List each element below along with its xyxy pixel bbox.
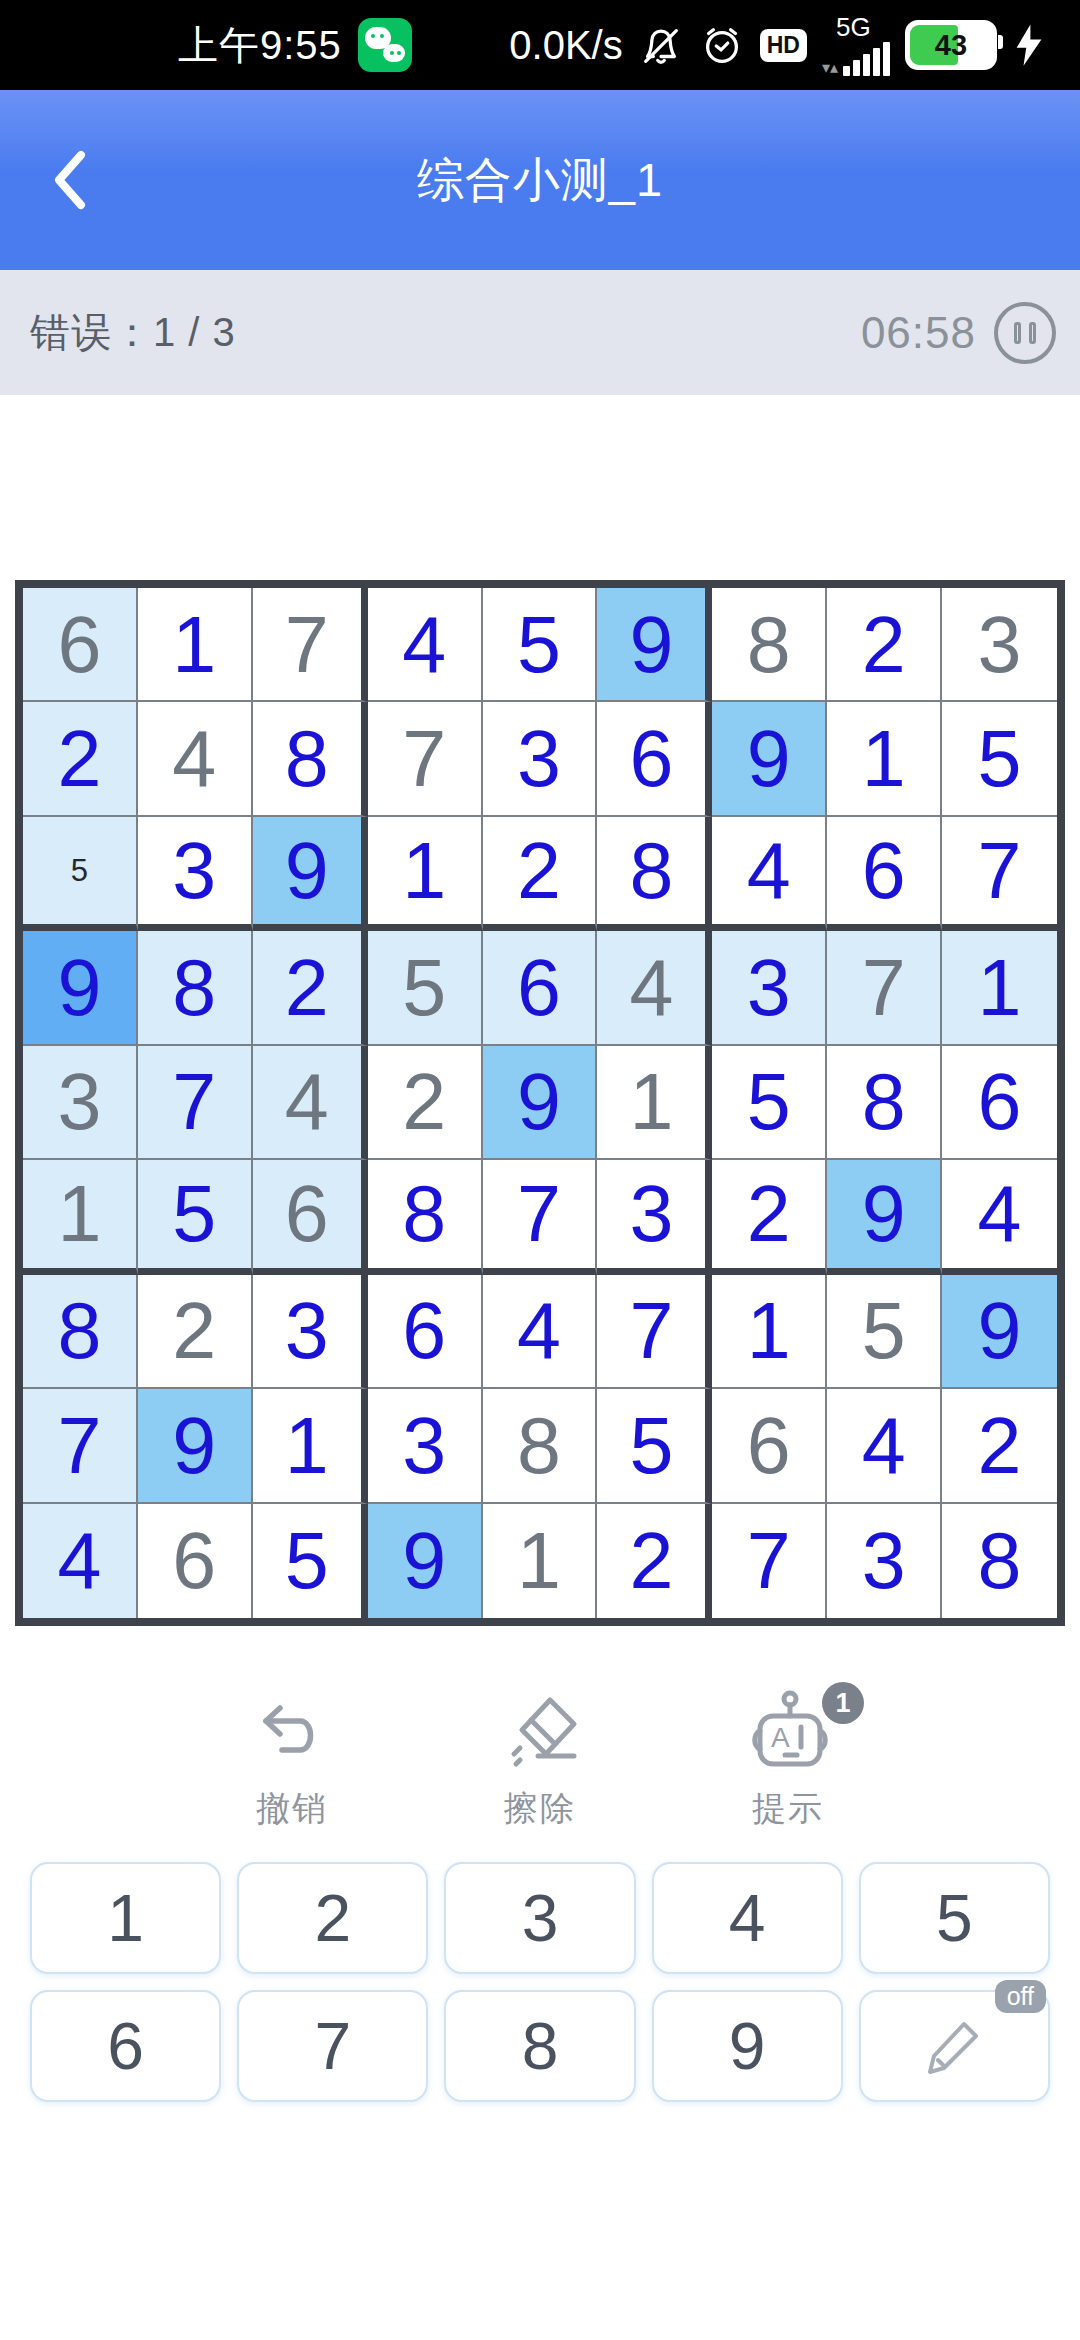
alarm-clock-icon (699, 22, 745, 68)
ai-text: A (771, 1722, 790, 1753)
pencil-off-badge: off (995, 1980, 1046, 2013)
sudoku-cell[interactable]: 8 (597, 817, 712, 931)
sudoku-cell[interactable]: 8 (253, 702, 368, 816)
sudoku-cell[interactable]: 6 (597, 702, 712, 816)
numpad-key-1[interactable]: 1 (30, 1862, 221, 1974)
sudoku-cell[interactable]: 5 (712, 1046, 827, 1160)
sudoku-cell[interactable]: 7 (253, 588, 368, 702)
erase-label: 擦除 (504, 1786, 576, 1832)
sudoku-cell[interactable]: 6 (712, 1389, 827, 1503)
sudoku-cell[interactable]: 9 (827, 1160, 942, 1274)
sudoku-cell[interactable]: 7 (483, 1160, 598, 1274)
sudoku-cell[interactable]: 7 (942, 817, 1057, 931)
sudoku-cell[interactable]: 8 (712, 588, 827, 702)
toolbar: 撤销 擦除 1 (0, 1690, 1080, 1832)
eraser-icon (500, 1690, 580, 1774)
sudoku-cell[interactable]: 8 (138, 931, 253, 1045)
hint-label: 提示 (752, 1786, 824, 1832)
sudoku-cell[interactable]: 1 (138, 588, 253, 702)
bell-muted-icon (638, 22, 684, 68)
sudoku-cell[interactable]: 7 (827, 931, 942, 1045)
sudoku-cell[interactable]: 6 (827, 817, 942, 931)
sudoku-cell[interactable]: 2 (23, 702, 138, 816)
sudoku-cell[interactable]: 2 (253, 931, 368, 1045)
sudoku-cell[interactable]: 2 (368, 1046, 483, 1160)
sudoku-cell[interactable]: 2 (942, 1389, 1057, 1503)
sudoku-cell[interactable]: 3 (597, 1160, 712, 1274)
sudoku-cell[interactable]: 4 (712, 817, 827, 931)
timer: 06:58 (861, 308, 976, 358)
ai-robot-icon: A (745, 1690, 831, 1774)
hint-count-badge: 1 (822, 1682, 864, 1724)
sudoku-cell[interactable]: 2 (827, 588, 942, 702)
sudoku-cell[interactable]: 6 (23, 588, 138, 702)
sudoku-cell[interactable]: 3 (138, 817, 253, 931)
sudoku-cell[interactable]: 4 (23, 1504, 138, 1618)
numpad-key-5[interactable]: 5 (859, 1862, 1050, 1974)
sudoku-cell[interactable]: 3 (712, 931, 827, 1045)
battery-indicator: 43 (905, 20, 997, 70)
sudoku-cell[interactable]: 2 (712, 1160, 827, 1274)
header: 综合小测_1 (0, 90, 1080, 270)
sudoku-cell[interactable]: 6 (253, 1160, 368, 1274)
sudoku-cell[interactable]: 5 (483, 588, 598, 702)
undo-icon (254, 1690, 330, 1774)
sudoku-cell[interactable]: 9 (138, 1389, 253, 1503)
sudoku-cell[interactable]: 1 (827, 702, 942, 816)
sudoku-cell[interactable]: 4 (253, 1046, 368, 1160)
number-pad: 1 2 3 4 5 6 7 8 9 off (0, 1862, 1080, 2102)
signal-5g-icon: 5G ▾▴ (822, 14, 890, 76)
sudoku-cell[interactable]: 6 (138, 1504, 253, 1618)
sudoku-cell[interactable]: 1 (942, 931, 1057, 1045)
numpad-key-3[interactable]: 3 (444, 1862, 635, 1974)
network-speed: 0.0K/s (509, 23, 622, 68)
sudoku-cell[interactable]: 8 (942, 1504, 1057, 1618)
sudoku-cell[interactable]: 1 (483, 1504, 598, 1618)
sudoku-cell[interactable]: 1 (712, 1275, 827, 1389)
sudoku-cell[interactable]: 8 (827, 1046, 942, 1160)
charging-bolt-icon (1012, 23, 1046, 67)
page-title: 综合小测_1 (417, 149, 663, 212)
sudoku-cell[interactable]: 5 (942, 702, 1057, 816)
numpad-key-7[interactable]: 7 (237, 1990, 428, 2102)
sudoku-cell[interactable]: 8 (23, 1275, 138, 1389)
sudoku-cell[interactable]: 5 (827, 1275, 942, 1389)
pencil-mode-button[interactable]: off (859, 1990, 1050, 2102)
sudoku-cell[interactable]: 1 (597, 1046, 712, 1160)
numpad-key-2[interactable]: 2 (237, 1862, 428, 1974)
hd-badge: HD (760, 29, 807, 62)
sudoku-cell[interactable]: 3 (942, 588, 1057, 702)
sudoku-cell[interactable]: 4 (483, 1275, 598, 1389)
sudoku-cell[interactable]: 3 (253, 1275, 368, 1389)
sudoku-cell[interactable]: 9 (942, 1275, 1057, 1389)
sudoku-cell[interactable]: 9 (712, 702, 827, 816)
sudoku-cell[interactable]: 2 (597, 1504, 712, 1618)
hint-button[interactable]: 1 A 提示 (728, 1690, 848, 1832)
sudoku-cell[interactable]: 5 (138, 1160, 253, 1274)
sudoku-cell[interactable]: 9 (483, 1046, 598, 1160)
sudoku-cell[interactable]: 4 (138, 702, 253, 816)
status-bar: 上午9:55 0.0K/s (0, 0, 1080, 90)
pause-button[interactable] (994, 302, 1056, 364)
sudoku-cell[interactable]: 5 (597, 1389, 712, 1503)
sudoku-cell[interactable]: 4 (827, 1389, 942, 1503)
sudoku-cell[interactable]: 4 (942, 1160, 1057, 1274)
undo-label: 撤销 (256, 1786, 328, 1832)
sudoku-cell[interactable]: 4 (368, 588, 483, 702)
sudoku-cell[interactable]: 2 (483, 817, 598, 931)
sudoku-cell[interactable]: 7 (138, 1046, 253, 1160)
sudoku-cell[interactable]: 8 (368, 1160, 483, 1274)
status-time: 上午9:55 (178, 18, 342, 73)
sudoku-cell[interactable]: 2 (138, 1275, 253, 1389)
wechat-notification-icon (358, 18, 412, 72)
sudoku-cell[interactable]: 4 (597, 931, 712, 1045)
error-counter: 错误：1 / 3 (30, 305, 236, 360)
app-screen: 上午9:55 0.0K/s (0, 0, 1080, 2340)
sudoku-cell[interactable]: 1 (253, 1389, 368, 1503)
numpad-key-8[interactable]: 8 (444, 1990, 635, 2102)
undo-button[interactable]: 撤销 (232, 1690, 352, 1832)
erase-button[interactable]: 擦除 (480, 1690, 600, 1832)
back-button[interactable] (40, 140, 100, 220)
sudoku-cell[interactable]: 3 (368, 1389, 483, 1503)
sudoku-cell[interactable]: 7 (712, 1504, 827, 1618)
sudoku-cell[interactable]: 3 (827, 1504, 942, 1618)
sudoku-cell[interactable]: 6 (483, 931, 598, 1045)
sudoku-cell[interactable]: 3 (483, 702, 598, 816)
sudoku-cell[interactable]: 8 (483, 1389, 598, 1503)
dual-sim-arrows-icon: ▾▴ (822, 60, 838, 76)
sudoku-cell[interactable]: 7 (368, 702, 483, 816)
sudoku-cell[interactable]: 5 (23, 817, 138, 931)
sudoku-cell[interactable]: 9 (368, 1504, 483, 1618)
info-bar: 错误：1 / 3 06:58 (0, 270, 1080, 395)
sudoku-cell[interactable]: 1 (23, 1160, 138, 1274)
numpad-key-4[interactable]: 4 (652, 1862, 843, 1974)
sudoku-cell[interactable]: 6 (942, 1046, 1057, 1160)
battery-percent: 43 (908, 29, 994, 62)
sudoku-cell[interactable]: 9 (23, 931, 138, 1045)
sudoku-cell[interactable]: 3 (23, 1046, 138, 1160)
sudoku-cell[interactable]: 9 (253, 817, 368, 931)
numpad-key-6[interactable]: 6 (30, 1990, 221, 2102)
sudoku-cell[interactable]: 9 (597, 588, 712, 702)
sudoku-cell[interactable]: 1 (368, 817, 483, 931)
sudoku-cell[interactable]: 7 (23, 1389, 138, 1503)
sudoku-cell[interactable]: 6 (368, 1275, 483, 1389)
sudoku-cell[interactable]: 5 (253, 1504, 368, 1618)
sudoku-cell[interactable]: 5 (368, 931, 483, 1045)
sudoku-board: 6174598232487369155391284679825643713742… (15, 580, 1065, 1626)
sudoku-cell[interactable]: 7 (597, 1275, 712, 1389)
pencil-icon (922, 2014, 986, 2078)
numpad-key-9[interactable]: 9 (652, 1990, 843, 2102)
